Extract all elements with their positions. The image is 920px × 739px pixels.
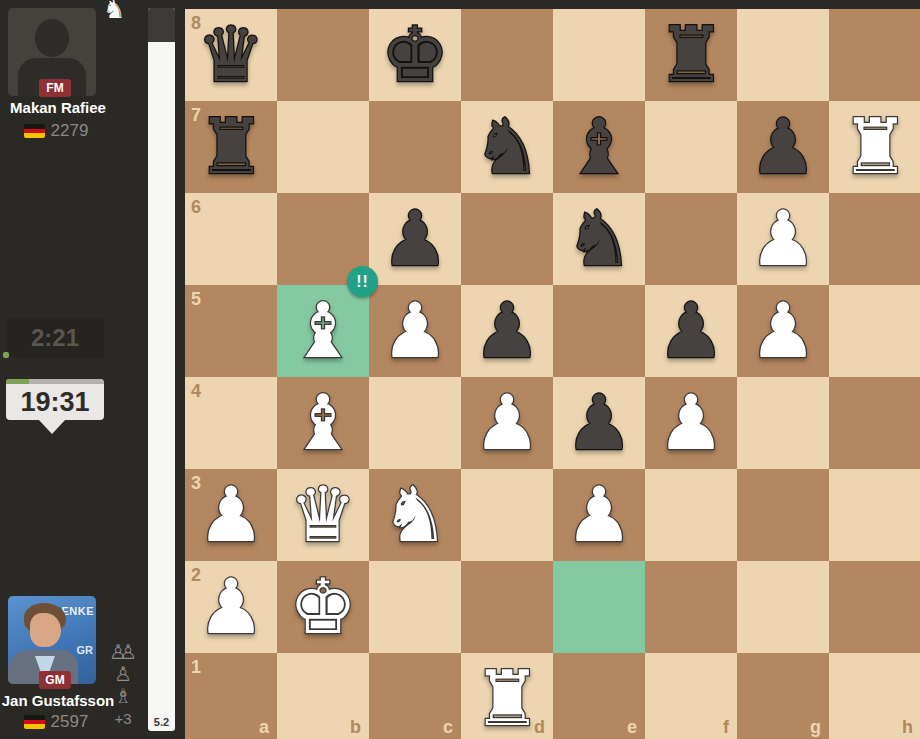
square-h3[interactable]: [829, 469, 920, 561]
coord-file-c: c: [443, 717, 453, 738]
eval-bar: 5.2: [148, 8, 175, 731]
white-pawn-a2[interactable]: ♟: [185, 561, 277, 653]
avatar-face: [30, 613, 61, 647]
player-bottom-rating-row: 2597: [0, 712, 112, 732]
square-d7[interactable]: ♞: [461, 101, 553, 193]
square-c6[interactable]: ♟: [369, 193, 461, 285]
square-h2[interactable]: [829, 561, 920, 653]
square-h6[interactable]: [829, 193, 920, 285]
captured-black-bishop-icon: ♗: [114, 684, 132, 708]
white-rook-d1[interactable]: ♜: [461, 653, 553, 739]
player-bottom-title-badge: GM: [39, 671, 71, 689]
white-rook-h7[interactable]: ♜: [829, 101, 920, 193]
white-queen-b3[interactable]: ♛: [277, 469, 369, 561]
square-d1[interactable]: d♜: [461, 653, 553, 739]
square-h8[interactable]: [829, 9, 920, 101]
square-h5[interactable]: [829, 285, 920, 377]
square-h7[interactable]: ♜: [829, 101, 920, 193]
square-b3[interactable]: ♛: [277, 469, 369, 561]
avatar-backdrop-text: ENKE: [61, 605, 94, 617]
square-c5[interactable]: ♟: [369, 285, 461, 377]
white-pawn-d4[interactable]: ♟: [461, 377, 553, 469]
square-e5[interactable]: [553, 285, 645, 377]
square-e7[interactable]: ♝: [553, 101, 645, 193]
square-d6[interactable]: [461, 193, 553, 285]
white-bishop-b4[interactable]: ♝: [277, 377, 369, 469]
square-a2[interactable]: 2♟: [185, 561, 277, 653]
square-g2[interactable]: [737, 561, 829, 653]
player-top-title-badge: FM: [39, 79, 71, 97]
square-a5[interactable]: 5: [185, 285, 277, 377]
square-e3[interactable]: ♟: [553, 469, 645, 561]
avatar-backdrop-text-2: GR: [77, 644, 94, 656]
square-b7[interactable]: [277, 101, 369, 193]
player-bottom-name[interactable]: Jan Gustafsson: [0, 692, 116, 709]
square-h4[interactable]: [829, 377, 920, 469]
brilliant-move-badge: !!: [347, 266, 378, 297]
square-c4[interactable]: [369, 377, 461, 469]
square-b2[interactable]: ♚: [277, 561, 369, 653]
player-top-avatar[interactable]: FM: [8, 8, 96, 96]
player-top-clock-time: 2:21: [31, 324, 79, 351]
germany-flag-icon: [24, 124, 45, 138]
square-b8[interactable]: [277, 9, 369, 101]
captured-pawn: ♙: [103, 663, 143, 685]
black-pawn-e4[interactable]: ♟: [553, 377, 645, 469]
black-king-c8[interactable]: ♚: [369, 9, 461, 101]
eval-bar-black-section: [148, 8, 175, 42]
player-bottom-clock: 19:31: [6, 379, 104, 420]
square-f8[interactable]: ♜: [645, 9, 737, 101]
coord-rank-1: 1: [191, 657, 201, 678]
white-knight-c3[interactable]: ♞: [369, 469, 461, 561]
square-b5[interactable]: ♝!!: [277, 285, 369, 377]
square-c3[interactable]: ♞: [369, 469, 461, 561]
square-g1[interactable]: g: [737, 653, 829, 739]
black-pawn-c6[interactable]: ♟: [369, 193, 461, 285]
player-top-rating: 2279: [51, 121, 89, 141]
square-c1[interactable]: c: [369, 653, 461, 739]
germany-flag-icon: [24, 715, 45, 729]
square-e8[interactable]: [553, 9, 645, 101]
black-knight-e6[interactable]: ♞: [553, 193, 645, 285]
square-g5[interactable]: ♟: [737, 285, 829, 377]
player-bottom-rating: 2597: [51, 712, 89, 732]
square-d2[interactable]: [461, 561, 553, 653]
white-pawn-g6[interactable]: ♟: [737, 193, 829, 285]
square-c7[interactable]: [369, 101, 461, 193]
black-pawn-g7[interactable]: ♟: [737, 101, 829, 193]
chess-app: FM ♞ Makan Rafiee 2279 2:21 19:31 ENKE G…: [0, 0, 920, 739]
captured-pawn-pair: ♙♙: [103, 641, 143, 663]
player-bottom-clock-time: 19:31: [6, 384, 104, 420]
square-b1[interactable]: b: [277, 653, 369, 739]
square-a8[interactable]: 8♛: [185, 9, 277, 101]
captured-black-pawn-icon: ♙: [119, 640, 137, 664]
square-g4[interactable]: [737, 377, 829, 469]
white-pawn-f4[interactable]: ♟: [645, 377, 737, 469]
square-g7[interactable]: ♟: [737, 101, 829, 193]
coord-rank-4: 4: [191, 381, 201, 402]
square-f4[interactable]: ♟: [645, 377, 737, 469]
white-pawn-c5[interactable]: ♟: [369, 285, 461, 377]
square-d3[interactable]: [461, 469, 553, 561]
square-g8[interactable]: [737, 9, 829, 101]
square-f2[interactable]: [645, 561, 737, 653]
coord-file-h: h: [902, 717, 913, 738]
chess-board: 8♛♚♜7♜♞♝♟♜6♟♞♟5♝!!♟♟♟♟4♝♟♟♟3♟♛♞♟2♟♚1abcd…: [185, 9, 920, 739]
square-a7[interactable]: 7♜: [185, 101, 277, 193]
player-top-name[interactable]: Makan Rafiee: [0, 99, 116, 116]
black-pawn-d5[interactable]: ♟: [461, 285, 553, 377]
square-f6[interactable]: [645, 193, 737, 285]
square-f1[interactable]: f: [645, 653, 737, 739]
white-pawn-a3[interactable]: ♟: [185, 469, 277, 561]
black-queen-a8[interactable]: ♛: [185, 9, 277, 101]
coord-rank-6: 6: [191, 197, 201, 218]
black-pawn-f5[interactable]: ♟: [645, 285, 737, 377]
square-e6[interactable]: ♞: [553, 193, 645, 285]
square-h1[interactable]: h: [829, 653, 920, 739]
coord-file-f: f: [723, 717, 729, 738]
white-pawn-e3[interactable]: ♟: [553, 469, 645, 561]
black-knight-d7[interactable]: ♞: [461, 101, 553, 193]
silhouette-head-icon: [35, 19, 69, 57]
square-d4[interactable]: ♟: [461, 377, 553, 469]
square-e2[interactable]: [553, 561, 645, 653]
player-bottom-avatar[interactable]: ENKE GR GM: [8, 596, 96, 684]
square-a6[interactable]: 6: [185, 193, 277, 285]
clock-pointer-tail: [38, 419, 66, 434]
square-f7[interactable]: [645, 101, 737, 193]
square-f3[interactable]: [645, 469, 737, 561]
square-a3[interactable]: 3♟: [185, 469, 277, 561]
coord-file-e: e: [627, 717, 637, 738]
captured-black-pawn-icon: ♙: [114, 662, 132, 686]
player-top-clock-time-sliver: [3, 352, 9, 358]
square-f5[interactable]: ♟: [645, 285, 737, 377]
square-e1[interactable]: e: [553, 653, 645, 739]
white-king-b2[interactable]: ♚: [277, 561, 369, 653]
square-a4[interactable]: 4: [185, 377, 277, 469]
square-c2[interactable]: [369, 561, 461, 653]
coord-file-a: a: [259, 717, 269, 738]
eval-score: 5.2: [148, 716, 175, 728]
square-b4[interactable]: ♝: [277, 377, 369, 469]
square-a1[interactable]: 1a: [185, 653, 277, 739]
captured-white-knight-icon: ♞: [103, 0, 125, 24]
coord-file-b: b: [350, 717, 361, 738]
player-top-clock: 2:21: [6, 318, 104, 358]
square-g6[interactable]: ♟: [737, 193, 829, 285]
square-c8[interactable]: ♚: [369, 9, 461, 101]
coord-file-g: g: [810, 717, 821, 738]
square-e4[interactable]: ♟: [553, 377, 645, 469]
player-top-captured-tray: ♞: [103, 0, 143, 22]
black-rook-f8[interactable]: ♜: [645, 9, 737, 101]
white-bishop-b5[interactable]: ♝: [277, 285, 369, 377]
coord-rank-5: 5: [191, 289, 201, 310]
sidebar: FM ♞ Makan Rafiee 2279 2:21 19:31 ENKE G…: [0, 0, 147, 739]
player-top-rating-row: 2279: [0, 121, 112, 141]
black-rook-a7[interactable]: ♜: [185, 101, 277, 193]
square-d8[interactable]: [461, 9, 553, 101]
square-d5[interactable]: ♟: [461, 285, 553, 377]
white-pawn-g5[interactable]: ♟: [737, 285, 829, 377]
black-bishop-e7[interactable]: ♝: [553, 101, 645, 193]
square-g3[interactable]: [737, 469, 829, 561]
